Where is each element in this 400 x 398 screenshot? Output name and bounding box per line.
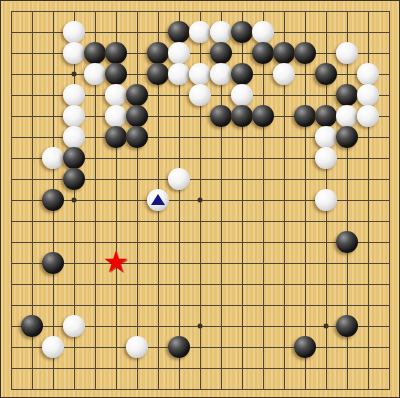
white-stone — [42, 147, 64, 169]
black-stone — [21, 315, 43, 337]
black-stone — [294, 105, 316, 127]
white-stone — [126, 336, 148, 358]
hoshi-point — [72, 72, 77, 77]
black-stone — [210, 42, 232, 64]
black-stone — [210, 105, 232, 127]
white-stone — [315, 126, 337, 148]
black-stone — [168, 21, 190, 43]
black-stone — [105, 42, 127, 64]
hoshi-point — [72, 198, 77, 203]
black-stone — [63, 168, 85, 190]
white-stone — [63, 105, 85, 127]
white-stone — [189, 84, 211, 106]
black-stone — [273, 42, 295, 64]
black-stone — [294, 42, 316, 64]
white-stone — [252, 21, 274, 43]
white-stone — [210, 21, 232, 43]
black-stone — [252, 105, 274, 127]
white-stone — [315, 189, 337, 211]
white-stone — [231, 84, 253, 106]
white-stone — [189, 21, 211, 43]
white-stone — [315, 147, 337, 169]
white-stone — [168, 63, 190, 85]
black-stone — [336, 84, 358, 106]
black-stone — [147, 42, 169, 64]
black-stone — [336, 315, 358, 337]
black-stone — [42, 189, 64, 211]
hoshi-point — [198, 198, 203, 203]
star-marker: ★ — [101, 247, 131, 277]
white-stone — [336, 105, 358, 127]
black-stone — [42, 252, 64, 274]
white-stone — [357, 63, 379, 85]
white-stone — [63, 84, 85, 106]
white-stone — [63, 126, 85, 148]
white-stone — [336, 42, 358, 64]
black-stone — [126, 126, 148, 148]
white-stone — [63, 21, 85, 43]
white-stone — [84, 63, 106, 85]
black-stone — [294, 336, 316, 358]
black-stone — [126, 105, 148, 127]
white-stone — [42, 336, 64, 358]
black-stone — [105, 63, 127, 85]
black-stone — [84, 42, 106, 64]
white-stone — [357, 105, 379, 127]
white-stone — [105, 84, 127, 106]
hoshi-point — [324, 324, 329, 329]
triangle-marker — [151, 194, 165, 205]
black-stone — [126, 84, 148, 106]
white-stone — [357, 84, 379, 106]
black-stone — [105, 126, 127, 148]
black-stone — [252, 42, 274, 64]
white-stone — [273, 63, 295, 85]
black-stone — [315, 63, 337, 85]
white-stone — [63, 315, 85, 337]
go-board[interactable]: ★ — [1, 1, 399, 397]
black-stone — [63, 147, 85, 169]
white-stone — [189, 63, 211, 85]
white-stone — [168, 168, 190, 190]
white-stone — [168, 42, 190, 64]
black-stone — [231, 21, 253, 43]
white-stone — [63, 42, 85, 64]
white-stone — [210, 63, 232, 85]
black-stone — [336, 231, 358, 253]
go-board-screenshot: ★ — [0, 0, 400, 398]
black-stone — [315, 105, 337, 127]
black-stone — [231, 105, 253, 127]
black-stone — [231, 63, 253, 85]
hoshi-point — [198, 324, 203, 329]
white-stone — [105, 105, 127, 127]
black-stone — [147, 63, 169, 85]
black-stone — [168, 336, 190, 358]
black-stone — [336, 126, 358, 148]
